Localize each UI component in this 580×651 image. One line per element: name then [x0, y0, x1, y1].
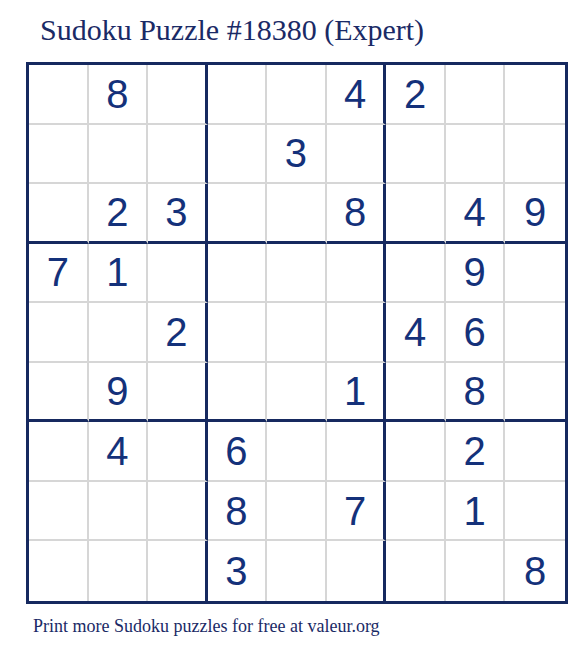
cell-r2c1[interactable]	[29, 125, 89, 185]
cell-r7c2[interactable]: 4	[89, 422, 149, 482]
cell-r1c5[interactable]	[267, 65, 327, 125]
cell-r1c7[interactable]: 2	[386, 65, 446, 125]
cell-r9c3[interactable]	[148, 541, 208, 601]
cell-r4c4[interactable]	[208, 244, 268, 304]
cell-r7c5[interactable]	[267, 422, 327, 482]
cell-r2c9[interactable]	[505, 125, 565, 185]
cell-r1c2[interactable]: 8	[89, 65, 149, 125]
cell-r5c3[interactable]: 2	[148, 303, 208, 363]
cell-r7c1[interactable]	[29, 422, 89, 482]
cell-r8c9[interactable]	[505, 482, 565, 542]
cell-r6c6[interactable]: 1	[327, 363, 387, 423]
cell-r2c8[interactable]	[446, 125, 506, 185]
cell-r6c5[interactable]	[267, 363, 327, 423]
sudoku-grid: 84232384971924691846287138	[26, 62, 568, 604]
footer-text: Print more Sudoku puzzles for free at va…	[33, 616, 380, 636]
cell-r1c6[interactable]: 4	[327, 65, 387, 125]
cell-r8c7[interactable]	[386, 482, 446, 542]
cell-r5c2[interactable]	[89, 303, 149, 363]
cell-r1c1[interactable]	[29, 65, 89, 125]
cell-r2c2[interactable]	[89, 125, 149, 185]
cell-r3c4[interactable]	[208, 184, 268, 244]
cell-r9c8[interactable]	[446, 541, 506, 601]
cell-r7c4[interactable]: 6	[208, 422, 268, 482]
cell-r5c7[interactable]: 4	[386, 303, 446, 363]
cell-r3c3[interactable]: 3	[148, 184, 208, 244]
cell-r5c9[interactable]	[505, 303, 565, 363]
cell-r7c9[interactable]	[505, 422, 565, 482]
cell-r2c4[interactable]	[208, 125, 268, 185]
cell-r6c7[interactable]	[386, 363, 446, 423]
cell-r8c2[interactable]	[89, 482, 149, 542]
cell-r8c4[interactable]: 8	[208, 482, 268, 542]
cell-r2c5[interactable]: 3	[267, 125, 327, 185]
puzzle-title: Sudoku Puzzle #18380 (Expert)	[40, 13, 424, 47]
cell-r3c9[interactable]: 9	[505, 184, 565, 244]
cell-r1c3[interactable]	[148, 65, 208, 125]
cell-r7c6[interactable]	[327, 422, 387, 482]
cell-r3c8[interactable]: 4	[446, 184, 506, 244]
cell-r1c8[interactable]	[446, 65, 506, 125]
cell-r8c8[interactable]: 1	[446, 482, 506, 542]
cell-r9c4[interactable]: 3	[208, 541, 268, 601]
cell-r9c5[interactable]	[267, 541, 327, 601]
cell-r5c6[interactable]	[327, 303, 387, 363]
cell-r6c9[interactable]	[505, 363, 565, 423]
cell-r7c8[interactable]: 2	[446, 422, 506, 482]
cell-r4c5[interactable]	[267, 244, 327, 304]
cell-r6c1[interactable]	[29, 363, 89, 423]
cell-r6c8[interactable]: 8	[446, 363, 506, 423]
cell-r8c5[interactable]	[267, 482, 327, 542]
cell-r4c7[interactable]	[386, 244, 446, 304]
cell-r3c7[interactable]	[386, 184, 446, 244]
sudoku-page: Sudoku Puzzle #18380 (Expert) 8423238497…	[0, 0, 580, 651]
cell-r7c3[interactable]	[148, 422, 208, 482]
cell-r5c8[interactable]: 6	[446, 303, 506, 363]
cell-r8c1[interactable]	[29, 482, 89, 542]
cell-r4c1[interactable]: 7	[29, 244, 89, 304]
cell-r3c6[interactable]: 8	[327, 184, 387, 244]
cell-r9c2[interactable]	[89, 541, 149, 601]
cell-r2c7[interactable]	[386, 125, 446, 185]
cell-r6c2[interactable]: 9	[89, 363, 149, 423]
cell-r9c9[interactable]: 8	[505, 541, 565, 601]
cell-r6c3[interactable]	[148, 363, 208, 423]
cell-r9c6[interactable]	[327, 541, 387, 601]
cell-r4c8[interactable]: 9	[446, 244, 506, 304]
cell-r5c4[interactable]	[208, 303, 268, 363]
cell-r1c4[interactable]	[208, 65, 268, 125]
cell-r3c5[interactable]	[267, 184, 327, 244]
cell-r8c3[interactable]	[148, 482, 208, 542]
cell-r5c1[interactable]	[29, 303, 89, 363]
cell-r4c3[interactable]	[148, 244, 208, 304]
cell-r9c1[interactable]	[29, 541, 89, 601]
cell-r7c7[interactable]	[386, 422, 446, 482]
cell-r4c2[interactable]: 1	[89, 244, 149, 304]
cell-r4c6[interactable]	[327, 244, 387, 304]
cell-r8c6[interactable]: 7	[327, 482, 387, 542]
cell-r1c9[interactable]	[505, 65, 565, 125]
cell-r2c3[interactable]	[148, 125, 208, 185]
cell-r4c9[interactable]	[505, 244, 565, 304]
cell-r2c6[interactable]	[327, 125, 387, 185]
cell-r9c7[interactable]	[386, 541, 446, 601]
cell-r5c5[interactable]	[267, 303, 327, 363]
cell-r6c4[interactable]	[208, 363, 268, 423]
cell-r3c2[interactable]: 2	[89, 184, 149, 244]
cell-r3c1[interactable]	[29, 184, 89, 244]
